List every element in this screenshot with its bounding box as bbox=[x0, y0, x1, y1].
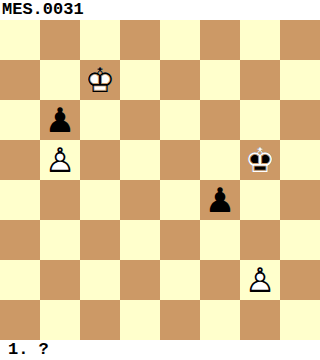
white-pawn-glyph-layer: ♙ bbox=[40, 140, 80, 180]
square-e2[interactable] bbox=[160, 260, 200, 300]
square-b2[interactable] bbox=[40, 260, 80, 300]
square-b7[interactable] bbox=[40, 60, 80, 100]
square-g2[interactable]: ♟♙ bbox=[240, 260, 280, 300]
move-prompt-label: 1. ? bbox=[0, 340, 320, 360]
square-b6[interactable]: ♟ bbox=[40, 100, 80, 140]
square-g7[interactable] bbox=[240, 60, 280, 100]
square-f2[interactable] bbox=[200, 260, 240, 300]
square-f6[interactable] bbox=[200, 100, 240, 140]
black-pawn[interactable]: ♟ bbox=[200, 180, 240, 220]
square-c6[interactable] bbox=[80, 100, 120, 140]
square-f4[interactable]: ♟ bbox=[200, 180, 240, 220]
square-g3[interactable] bbox=[240, 220, 280, 260]
black-pawn-glyph-layer: ♟ bbox=[40, 100, 80, 140]
square-a5[interactable] bbox=[0, 140, 40, 180]
square-e4[interactable] bbox=[160, 180, 200, 220]
square-g6[interactable] bbox=[240, 100, 280, 140]
square-h7[interactable] bbox=[280, 60, 320, 100]
square-c5[interactable] bbox=[80, 140, 120, 180]
square-a8[interactable] bbox=[0, 20, 40, 60]
square-c8[interactable] bbox=[80, 20, 120, 60]
square-e1[interactable] bbox=[160, 300, 200, 340]
square-d5[interactable] bbox=[120, 140, 160, 180]
square-d4[interactable] bbox=[120, 180, 160, 220]
puzzle-id-label: MES.0031 bbox=[0, 0, 320, 20]
square-g1[interactable] bbox=[240, 300, 280, 340]
square-e8[interactable] bbox=[160, 20, 200, 60]
square-c1[interactable] bbox=[80, 300, 120, 340]
square-f7[interactable] bbox=[200, 60, 240, 100]
square-d6[interactable] bbox=[120, 100, 160, 140]
black-pawn[interactable]: ♟ bbox=[40, 100, 80, 140]
chess-puzzle-window: MES.0031 ♚♔♟♟♙♚♔♟♟♙ 1. ? bbox=[0, 0, 320, 360]
square-f3[interactable] bbox=[200, 220, 240, 260]
square-h1[interactable] bbox=[280, 300, 320, 340]
square-b4[interactable] bbox=[40, 180, 80, 220]
square-g4[interactable] bbox=[240, 180, 280, 220]
square-d3[interactable] bbox=[120, 220, 160, 260]
white-pawn[interactable]: ♟♙ bbox=[240, 260, 280, 300]
square-h4[interactable] bbox=[280, 180, 320, 220]
square-f1[interactable] bbox=[200, 300, 240, 340]
black-pawn-glyph-layer: ♟ bbox=[200, 180, 240, 220]
square-b1[interactable] bbox=[40, 300, 80, 340]
square-h3[interactable] bbox=[280, 220, 320, 260]
square-h6[interactable] bbox=[280, 100, 320, 140]
square-e7[interactable] bbox=[160, 60, 200, 100]
square-h2[interactable] bbox=[280, 260, 320, 300]
square-e6[interactable] bbox=[160, 100, 200, 140]
square-d2[interactable] bbox=[120, 260, 160, 300]
square-c4[interactable] bbox=[80, 180, 120, 220]
square-e5[interactable] bbox=[160, 140, 200, 180]
square-d1[interactable] bbox=[120, 300, 160, 340]
square-a3[interactable] bbox=[0, 220, 40, 260]
square-h8[interactable] bbox=[280, 20, 320, 60]
square-g8[interactable] bbox=[240, 20, 280, 60]
square-e3[interactable] bbox=[160, 220, 200, 260]
square-c2[interactable] bbox=[80, 260, 120, 300]
square-c3[interactable] bbox=[80, 220, 120, 260]
square-d8[interactable] bbox=[120, 20, 160, 60]
square-b8[interactable] bbox=[40, 20, 80, 60]
square-d7[interactable] bbox=[120, 60, 160, 100]
square-b3[interactable] bbox=[40, 220, 80, 260]
square-b5[interactable]: ♟♙ bbox=[40, 140, 80, 180]
square-a1[interactable] bbox=[0, 300, 40, 340]
square-a2[interactable] bbox=[0, 260, 40, 300]
square-c7[interactable]: ♚♔ bbox=[80, 60, 120, 100]
white-pawn-glyph-layer: ♙ bbox=[240, 260, 280, 300]
white-pawn[interactable]: ♟♙ bbox=[40, 140, 80, 180]
square-f8[interactable] bbox=[200, 20, 240, 60]
white-king-glyph-layer: ♔ bbox=[80, 60, 120, 100]
square-f5[interactable] bbox=[200, 140, 240, 180]
square-a4[interactable] bbox=[0, 180, 40, 220]
square-g5[interactable]: ♚♔ bbox=[240, 140, 280, 180]
square-h5[interactable] bbox=[280, 140, 320, 180]
chess-board: ♚♔♟♟♙♚♔♟♟♙ bbox=[0, 20, 320, 340]
black-king-glyph-layer: ♔ bbox=[240, 140, 280, 180]
square-a7[interactable] bbox=[0, 60, 40, 100]
white-king[interactable]: ♚♔ bbox=[80, 60, 120, 100]
square-a6[interactable] bbox=[0, 100, 40, 140]
black-king[interactable]: ♚♔ bbox=[240, 140, 280, 180]
